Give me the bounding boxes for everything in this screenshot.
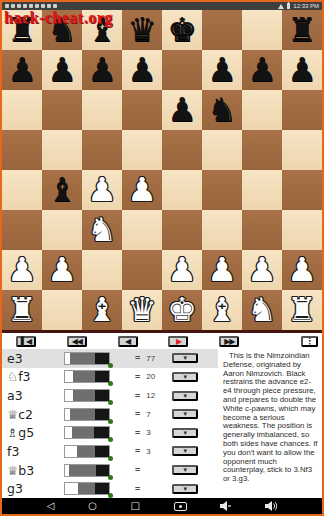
square-d6[interactable] <box>122 90 162 130</box>
engine-dot-icon <box>108 363 113 368</box>
piece-black-e6: ♟ <box>167 90 197 130</box>
square-g1[interactable]: ♞ <box>242 290 282 330</box>
piece-white-g1: ♞ <box>247 290 277 330</box>
square-a7[interactable]: ♟ <box>2 50 42 90</box>
square-e6[interactable]: ♟ <box>162 90 202 130</box>
win-percentage: 3 <box>146 447 164 456</box>
assessment-icon: = <box>135 428 140 438</box>
analysis-row-f3[interactable]: f3 = 3 ▼ <box>2 442 218 461</box>
eval-bar <box>64 408 110 421</box>
square-f3[interactable] <box>202 210 242 250</box>
piece-black-b8: ♞ <box>47 10 77 50</box>
eval-bar <box>64 464 110 477</box>
piece-black-g7: ♟ <box>247 50 277 90</box>
notification-icon <box>5 4 9 8</box>
square-h4[interactable] <box>282 170 322 210</box>
move-label: g3 <box>2 481 56 496</box>
square-d3[interactable] <box>122 210 162 250</box>
notification-icon <box>17 4 21 8</box>
assessment-icon: = <box>135 391 140 401</box>
piece-white-d4: ♟ <box>127 170 157 210</box>
square-b8[interactable]: ♞ <box>42 10 82 50</box>
piece-white-g2: ♟ <box>247 250 277 290</box>
square-a4[interactable] <box>2 170 42 210</box>
fast-rewind-button[interactable]: ◀◀ <box>67 336 87 347</box>
piece-black-h8: ♜ <box>287 10 317 50</box>
android-nav-bar: ◁ ○ □ <box>2 498 322 514</box>
assessment-icon: = <box>135 484 140 494</box>
square-c5[interactable] <box>82 130 122 170</box>
piece-white-b2: ♟ <box>47 250 77 290</box>
piece-black-f7: ♟ <box>207 50 237 90</box>
square-h2[interactable]: ♟ <box>282 250 322 290</box>
square-c3[interactable]: ♞ <box>82 210 122 250</box>
piece-black-d7: ♟ <box>127 50 157 90</box>
screenshot-icon <box>174 502 187 511</box>
piece-white-e2: ♟ <box>167 250 197 290</box>
notification-icon <box>41 4 45 8</box>
nav-back-button[interactable]: ◁ <box>47 498 55 514</box>
square-a6[interactable] <box>2 90 42 130</box>
square-b4[interactable]: ♝ <box>42 170 82 210</box>
piece-white-e1: ♚ <box>167 290 197 330</box>
win-percentage: 20 <box>146 372 164 381</box>
analysis-row-e3[interactable]: e3 = 77 ▼ <box>2 349 218 368</box>
win-percentage: 77 <box>146 354 164 363</box>
square-e7[interactable] <box>162 50 202 90</box>
win-percentage: 12 <box>146 391 164 400</box>
piece-black-c7: ♟ <box>87 50 117 90</box>
row-dropdown-button[interactable]: ▼ <box>172 446 198 456</box>
step-back-button[interactable]: ◀ <box>118 336 138 347</box>
analysis-panel: ▌◀ ◀◀ ◀ ▶ ▶▶ ⋮ e3 = 77 ▼ ♘f <box>2 333 322 498</box>
square-b6[interactable] <box>42 90 82 130</box>
analysis-row-nf3[interactable]: ♘f3 = 20 ▼ <box>2 368 218 387</box>
eval-bar <box>64 426 110 439</box>
notification-icon <box>23 4 27 8</box>
eval-bar <box>64 445 110 458</box>
piece-white-c4: ♟ <box>87 170 117 210</box>
piece-white-f1: ♝ <box>207 290 237 330</box>
assessment-icon: = <box>135 409 140 419</box>
analysis-row-qb3[interactable]: ♕b3 = ▼ <box>2 461 218 480</box>
eval-bar <box>64 482 110 495</box>
fast-forward-button[interactable]: ▶▶ <box>219 336 239 347</box>
square-g5[interactable] <box>242 130 282 170</box>
notification-icon <box>29 4 33 8</box>
square-e8[interactable]: ♚ <box>162 10 202 50</box>
win-percentage: 7 <box>146 410 164 419</box>
move-label: ♗g5 <box>2 425 56 440</box>
square-b2[interactable]: ♟ <box>42 250 82 290</box>
row-dropdown-button[interactable]: ▼ <box>172 353 198 363</box>
nav-home-button[interactable]: ○ <box>88 498 97 514</box>
skip-to-start-button[interactable]: ▌◀ <box>16 336 36 347</box>
piece-black-c8: ♝ <box>87 10 117 50</box>
assessment-icon: = <box>135 465 140 475</box>
row-dropdown-button[interactable]: ▼ <box>172 372 198 382</box>
play-button[interactable]: ▶ <box>168 336 188 347</box>
square-h1[interactable]: ♜ <box>282 290 322 330</box>
square-g6[interactable] <box>242 90 282 130</box>
row-dropdown-button[interactable]: ▼ <box>172 391 198 401</box>
square-c6[interactable] <box>82 90 122 130</box>
square-a3[interactable] <box>2 210 42 250</box>
square-d1[interactable]: ♛ <box>122 290 162 330</box>
square-h7[interactable]: ♟ <box>282 50 322 90</box>
square-e1[interactable]: ♚ <box>162 290 202 330</box>
square-e2[interactable]: ♟ <box>162 250 202 290</box>
square-e3[interactable] <box>162 210 202 250</box>
piece-black-d8: ♛ <box>127 10 157 50</box>
piece-black-a8: ♜ <box>7 10 37 50</box>
square-f5[interactable] <box>202 130 242 170</box>
square-f7[interactable]: ♟ <box>202 50 242 90</box>
move-label: ♕c2 <box>2 407 56 422</box>
piece-white-a2: ♟ <box>7 250 37 290</box>
screenshot-button[interactable] <box>174 502 187 511</box>
status-clock: 12:33 PM <box>293 2 319 10</box>
piece-white-h2: ♟ <box>287 250 317 290</box>
volume-up-icon <box>265 501 277 511</box>
piece-white-d1: ♛ <box>127 290 157 330</box>
square-a8[interactable]: ♜ <box>2 10 42 50</box>
opening-description-panel: This is the Nimzoindian Defense, origina… <box>218 349 322 498</box>
square-e4[interactable] <box>162 170 202 210</box>
opening-description-text: This is the Nimzoindian Defense, origina… <box>223 352 318 484</box>
row-dropdown-button[interactable]: ▼ <box>172 428 198 438</box>
analysis-row-bg5[interactable]: ♗g5 = 3 ▼ <box>2 424 218 443</box>
square-d2[interactable] <box>122 250 162 290</box>
wifi-icon <box>278 4 284 9</box>
square-c1[interactable]: ♝ <box>82 290 122 330</box>
piece-black-h7: ♟ <box>287 50 317 90</box>
square-c2[interactable] <box>82 250 122 290</box>
square-h6[interactable] <box>282 90 322 130</box>
square-f1[interactable]: ♝ <box>202 290 242 330</box>
square-d7[interactable]: ♟ <box>122 50 162 90</box>
engine-dot-icon <box>108 419 113 424</box>
battery-icon <box>287 3 290 9</box>
notification-icon <box>53 4 57 8</box>
eval-bar <box>64 352 110 365</box>
volume-down-icon <box>220 501 231 511</box>
notification-icon <box>35 4 39 8</box>
assessment-icon: = <box>135 446 140 456</box>
piece-white-c1: ♝ <box>87 290 117 330</box>
square-h5[interactable] <box>282 130 322 170</box>
square-d8[interactable]: ♛ <box>122 10 162 50</box>
square-g3[interactable] <box>242 210 282 250</box>
overflow-menu-button[interactable]: ⋮ <box>301 336 318 347</box>
square-d5[interactable] <box>122 130 162 170</box>
square-b3[interactable] <box>42 210 82 250</box>
engine-dot-icon <box>108 475 113 480</box>
square-g8[interactable] <box>242 10 282 50</box>
square-e5[interactable] <box>162 130 202 170</box>
square-f6[interactable]: ♞ <box>202 90 242 130</box>
square-h3[interactable] <box>282 210 322 250</box>
piece-black-e8: ♚ <box>167 10 197 50</box>
volume-down-button[interactable] <box>220 501 231 511</box>
square-c8[interactable]: ♝ <box>82 10 122 50</box>
square-a5[interactable] <box>2 130 42 170</box>
square-a1[interactable]: ♜ <box>2 290 42 330</box>
move-label: ♕b3 <box>2 463 56 478</box>
win-percentage: 3 <box>146 428 164 437</box>
eval-bar <box>64 389 110 402</box>
engine-dot-icon <box>108 456 113 461</box>
piece-black-f6: ♞ <box>207 90 237 130</box>
move-label: a3 <box>2 388 56 403</box>
move-label: f3 <box>2 444 56 459</box>
square-g2[interactable]: ♟ <box>242 250 282 290</box>
square-g4[interactable] <box>242 170 282 210</box>
candidate-move-list: e3 = 77 ▼ ♘f3 = 20 ▼ a3 = 12 <box>2 349 218 498</box>
square-d4[interactable]: ♟ <box>122 170 162 210</box>
piece-white-c3: ♞ <box>87 210 117 250</box>
square-f8[interactable] <box>202 10 242 50</box>
move-label: ♘f3 <box>2 369 56 384</box>
square-b1[interactable] <box>42 290 82 330</box>
square-f4[interactable] <box>202 170 242 210</box>
assessment-icon: = <box>135 372 140 382</box>
analysis-row-g3[interactable]: g3 = ▼ <box>2 479 218 498</box>
status-bar: 12:33 PM <box>2 2 322 10</box>
notification-icon <box>11 4 15 8</box>
volume-up-button[interactable] <box>265 501 277 511</box>
piece-black-a7: ♟ <box>7 50 37 90</box>
row-dropdown-button[interactable]: ▼ <box>172 465 198 475</box>
square-c7[interactable]: ♟ <box>82 50 122 90</box>
eval-bar <box>64 370 110 383</box>
square-b5[interactable] <box>42 130 82 170</box>
nav-recents-button[interactable]: □ <box>131 498 140 514</box>
square-g7[interactable]: ♟ <box>242 50 282 90</box>
analysis-row-qc2[interactable]: ♕c2 = 7 ▼ <box>2 405 218 424</box>
piece-black-b4: ♝ <box>47 170 77 210</box>
chess-board: ♜♞♝♛♚♜♟♟♟♟♟♟♟♟♞♝♟♟♞♟♟♟♟♟♟♜♝♛♚♝♞♜ <box>2 10 322 330</box>
square-a2[interactable]: ♟ <box>2 250 42 290</box>
playback-toolbar: ▌◀ ◀◀ ◀ ▶ ▶▶ ⋮ <box>2 333 322 349</box>
row-dropdown-button[interactable]: ▼ <box>172 409 198 419</box>
square-b7[interactable]: ♟ <box>42 50 82 90</box>
row-dropdown-button[interactable]: ▼ <box>172 484 198 494</box>
square-h8[interactable]: ♜ <box>282 10 322 50</box>
square-c4[interactable]: ♟ <box>82 170 122 210</box>
tablet-screen: hack-cheat.org 12:33 PM ♜♞♝♛♚♜♟♟♟♟♟♟♟♟♞♝… <box>0 0 324 516</box>
piece-white-a1: ♜ <box>7 290 37 330</box>
square-f2[interactable]: ♟ <box>202 250 242 290</box>
move-label: e3 <box>2 351 56 366</box>
notification-icons <box>5 4 57 8</box>
piece-black-b7: ♟ <box>47 50 77 90</box>
notification-icon <box>47 4 51 8</box>
piece-white-f2: ♟ <box>207 250 237 290</box>
assessment-icon: = <box>135 353 140 363</box>
piece-white-h1: ♜ <box>287 290 317 330</box>
analysis-row-a3[interactable]: a3 = 12 ▼ <box>2 386 218 405</box>
